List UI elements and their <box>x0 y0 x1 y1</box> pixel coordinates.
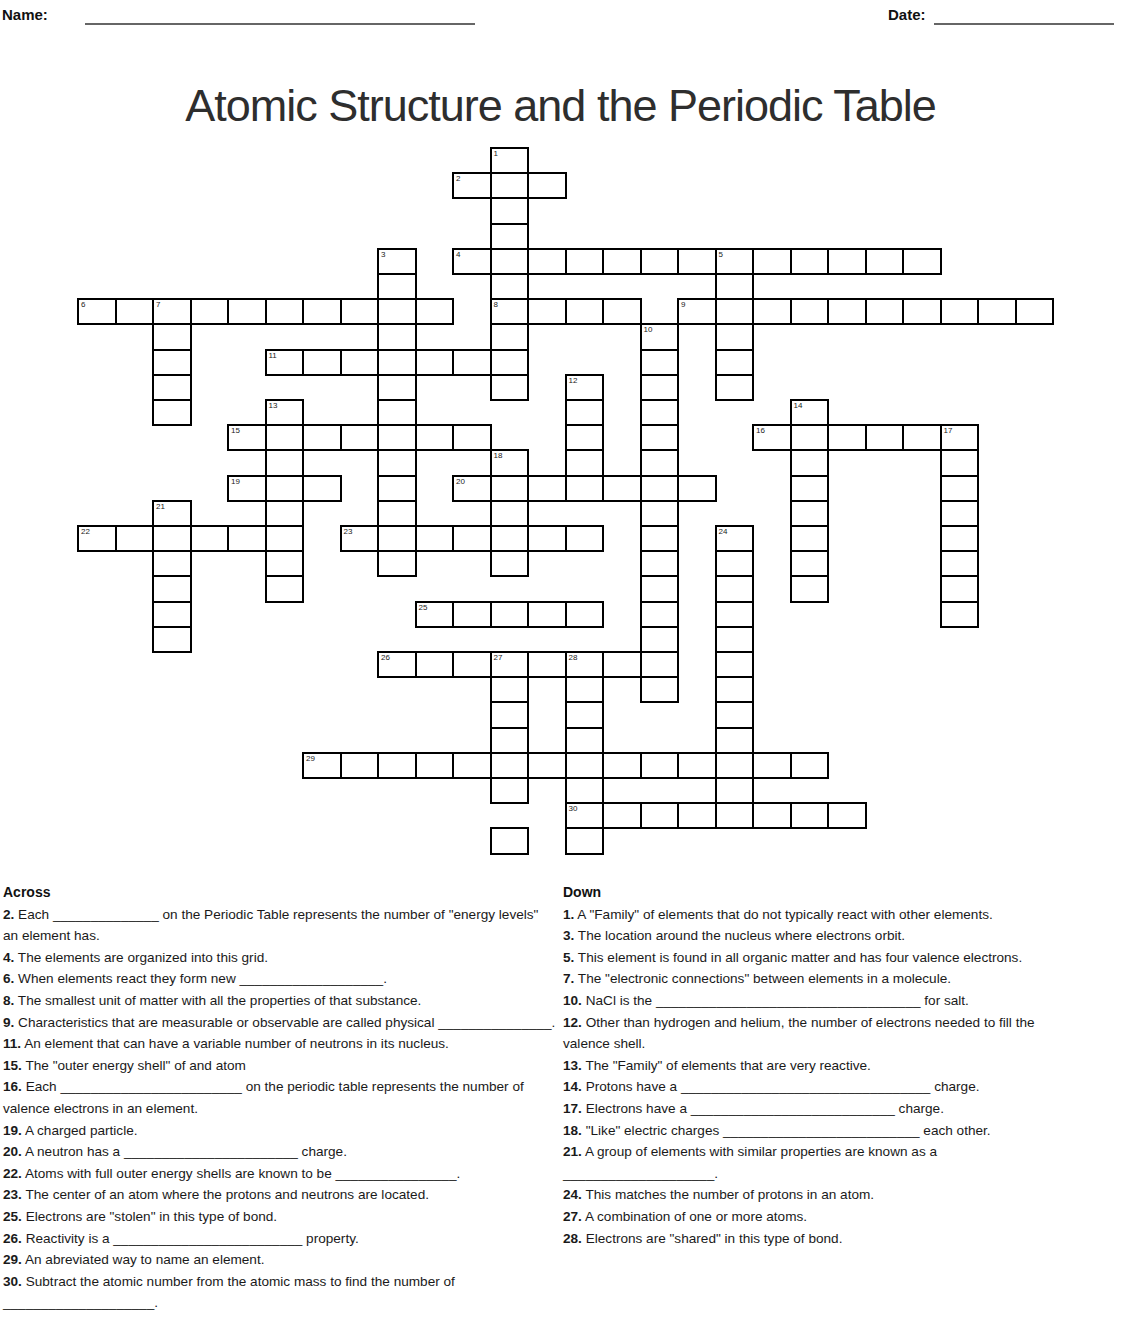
grid-cell-r17c17[interactable] <box>715 575 755 602</box>
down-clue-number-10: 10. <box>563 993 582 1008</box>
grid-cell-r11c10[interactable] <box>452 424 492 451</box>
name-label: Name: <box>2 6 48 23</box>
grid-cell-r24c7[interactable] <box>340 752 380 779</box>
grid-cell-r16c5[interactable] <box>265 550 305 577</box>
grid-cell-r15c1[interactable] <box>115 525 155 552</box>
down-clue-14: 14. Protons have a _____________________… <box>563 1076 1075 1098</box>
grid-cell-r14c23[interactable] <box>940 500 980 527</box>
grid-cell-r26c16[interactable] <box>677 802 717 829</box>
grid-cell-r15c23[interactable] <box>940 525 980 552</box>
grid-cell-r26c13[interactable]: 30 <box>565 802 605 829</box>
clue-number: 14 <box>794 401 803 410</box>
down-clue-7: 7. The "electronic connections" between … <box>563 968 1075 990</box>
grid-cell-r12c5[interactable] <box>265 449 305 476</box>
grid-cell-r6c23[interactable] <box>940 298 980 325</box>
across-clue-number-16: 16. <box>3 1079 22 1094</box>
grid-cell-r13c6[interactable] <box>302 475 342 502</box>
grid-cell-r15c5[interactable] <box>265 525 305 552</box>
clue-number: 9 <box>681 300 685 309</box>
grid-cell-r6c7[interactable] <box>340 298 380 325</box>
across-clue-6: 6. When elements react they form new ___… <box>3 968 556 990</box>
grid-cell-r7c2[interactable] <box>152 323 192 350</box>
grid-cell-r14c11[interactable] <box>490 500 530 527</box>
clue-number: 3 <box>381 250 385 259</box>
across-clue-number-11: 11. <box>3 1036 21 1051</box>
grid-cell-r11c5[interactable] <box>265 424 305 451</box>
clue-number: 11 <box>269 351 277 360</box>
grid-cell-r14c19[interactable] <box>790 500 830 527</box>
grid-cell-r6c20[interactable] <box>827 298 867 325</box>
grid-cell-r24c19[interactable] <box>790 752 830 779</box>
grid-cell-r4c17[interactable]: 5 <box>715 248 755 275</box>
grid-cell-r6c1[interactable] <box>115 298 155 325</box>
grid-cell-r24c16[interactable] <box>677 752 717 779</box>
across-clue-2: 2. Each ______________ on the Periodic T… <box>3 904 556 947</box>
grid-cell-r13c11[interactable] <box>490 475 530 502</box>
date-label: Date: <box>888 6 926 23</box>
grid-cell-r6c16[interactable]: 9 <box>677 298 717 325</box>
grid-cell-r10c19[interactable]: 14 <box>790 399 830 426</box>
down-clue-1: 1. A "Family" of elements that do not ty… <box>563 904 1075 926</box>
across-clue-22: 22. Atoms with full outer energy shells … <box>3 1163 556 1185</box>
crossword-grid[interactable]: 1234567891011121314151617181920212223242… <box>77 147 1054 855</box>
grid-cell-r13c12[interactable] <box>527 475 567 502</box>
grid-cell-r25c13[interactable] <box>565 777 605 804</box>
grid-cell-r26c19[interactable] <box>790 802 830 829</box>
clue-number: 15 <box>231 426 240 435</box>
grid-cell-r4c19[interactable] <box>790 248 830 275</box>
across-clue-29: 29. An abreviated way to name an element… <box>3 1249 556 1271</box>
grid-cell-r6c11[interactable]: 8 <box>490 298 530 325</box>
across-clue-8: 8. The smallest unit of matter with all … <box>3 990 556 1012</box>
grid-cell-r15c0[interactable]: 22 <box>77 525 117 552</box>
grid-cell-r6c5[interactable] <box>265 298 305 325</box>
across-clues-column: Across 2. Each ______________ on the Per… <box>3 882 556 1314</box>
grid-cell-r10c8[interactable] <box>377 399 417 426</box>
grid-cell-r4c18[interactable] <box>752 248 792 275</box>
grid-cell-r12c15[interactable] <box>640 449 680 476</box>
clue-number: 26 <box>381 653 390 662</box>
down-clue-21: 21. A group of elements with similar pro… <box>563 1141 1075 1184</box>
grid-cell-r21c11[interactable] <box>490 676 530 703</box>
across-clue-list: 2. Each ______________ on the Periodic T… <box>3 904 556 1314</box>
grid-cell-r18c23[interactable] <box>940 601 980 628</box>
down-clue-17: 17. Electrons have a ___________________… <box>563 1098 1075 1120</box>
across-clue-number-20: 20. <box>3 1144 22 1159</box>
grid-cell-r24c15[interactable] <box>640 752 680 779</box>
grid-cell-r4c13[interactable] <box>565 248 605 275</box>
name-input-line[interactable] <box>85 9 475 25</box>
clue-number: 29 <box>306 754 315 763</box>
grid-cell-r4c15[interactable] <box>640 248 680 275</box>
down-clue-13: 13. The "Family" of elements that are ve… <box>563 1055 1075 1077</box>
grid-cell-r24c17[interactable] <box>715 752 755 779</box>
grid-cell-r12c19[interactable] <box>790 449 830 476</box>
grid-cell-r13c19[interactable] <box>790 475 830 502</box>
grid-cell-r15c19[interactable] <box>790 525 830 552</box>
grid-cell-r6c9[interactable] <box>415 298 455 325</box>
grid-cell-r27c13[interactable] <box>565 827 605 854</box>
grid-cell-r14c2[interactable]: 21 <box>152 500 192 527</box>
grid-cell-r1c10[interactable]: 2 <box>452 172 492 199</box>
grid-cell-r0c11[interactable]: 1 <box>490 147 530 174</box>
grid-cell-r24c10[interactable] <box>452 752 492 779</box>
across-clue-20: 20. A neutron has a ____________________… <box>3 1141 556 1163</box>
grid-cell-r23c13[interactable] <box>565 727 605 754</box>
down-clue-number-28: 28. <box>563 1231 582 1246</box>
grid-cell-r26c20[interactable] <box>827 802 867 829</box>
across-clue-9: 9. Characteristics that are measurable o… <box>3 1012 556 1034</box>
down-clue-number-27: 27. <box>563 1209 582 1224</box>
down-clue-number-7: 7. <box>563 971 574 986</box>
clue-number: 23 <box>344 527 353 536</box>
grid-cell-r11c22[interactable] <box>902 424 942 451</box>
grid-cell-r6c2[interactable]: 7 <box>152 298 192 325</box>
grid-cell-r26c14[interactable] <box>602 802 642 829</box>
grid-cell-r13c23[interactable] <box>940 475 980 502</box>
grid-cell-r4c8[interactable]: 3 <box>377 248 417 275</box>
grid-cell-r20c15[interactable] <box>640 651 680 678</box>
grid-cell-r4c22[interactable] <box>902 248 942 275</box>
grid-cell-r6c22[interactable] <box>902 298 942 325</box>
down-clue-3: 3. The location around the nucleus where… <box>563 925 1075 947</box>
grid-cell-r16c19[interactable] <box>790 550 830 577</box>
grid-cell-r12c13[interactable] <box>565 449 605 476</box>
grid-cell-r23c11[interactable] <box>490 727 530 754</box>
grid-cell-r21c15[interactable] <box>640 676 680 703</box>
across-clue-number-29: 29. <box>3 1252 22 1267</box>
grid-cell-r11c21[interactable] <box>865 424 905 451</box>
grid-cell-r13c8[interactable] <box>377 475 417 502</box>
grid-cell-r8c7[interactable] <box>340 349 380 376</box>
grid-cell-r7c15[interactable]: 10 <box>640 323 680 350</box>
grid-cell-r8c5[interactable]: 11 <box>265 349 305 376</box>
grid-cell-r15c4[interactable] <box>227 525 267 552</box>
grid-cell-r6c14[interactable] <box>602 298 642 325</box>
grid-cell-r7c8[interactable] <box>377 323 417 350</box>
grid-cell-r5c17[interactable] <box>715 273 755 300</box>
grid-cell-r8c15[interactable] <box>640 349 680 376</box>
clue-number: 8 <box>494 300 498 309</box>
grid-cell-r18c11[interactable] <box>490 601 530 628</box>
grid-cell-r18c17[interactable] <box>715 601 755 628</box>
clue-number: 24 <box>719 527 728 536</box>
grid-cell-r14c5[interactable] <box>265 500 305 527</box>
grid-cell-r3c11[interactable] <box>490 223 530 250</box>
grid-cell-r4c10[interactable]: 4 <box>452 248 492 275</box>
clue-number: 17 <box>944 426 953 435</box>
grid-cell-r24c13[interactable] <box>565 752 605 779</box>
clue-number: 27 <box>494 653 503 662</box>
grid-cell-r18c2[interactable] <box>152 601 192 628</box>
grid-cell-r6c0[interactable]: 6 <box>77 298 117 325</box>
clue-number: 21 <box>156 502 165 511</box>
grid-cell-r10c13[interactable] <box>565 399 605 426</box>
clue-number: 28 <box>569 653 578 662</box>
grid-cell-r20c9[interactable] <box>415 651 455 678</box>
across-clue-number-22: 22. <box>3 1166 22 1181</box>
grid-cell-r15c7[interactable]: 23 <box>340 525 380 552</box>
down-header: Down <box>563 882 1075 904</box>
down-clue-24: 24. This matches the number of protons i… <box>563 1184 1075 1206</box>
down-clue-number-1: 1. <box>563 907 574 922</box>
grid-cell-r17c15[interactable] <box>640 575 680 602</box>
clue-number: 19 <box>231 477 240 486</box>
grid-cell-r11c18[interactable]: 16 <box>752 424 792 451</box>
grid-cell-r17c23[interactable] <box>940 575 980 602</box>
down-clues-column: Down 1. A "Family" of elements that do n… <box>563 882 1075 1314</box>
down-clue-27: 27. A combination of one or more atoms. <box>563 1206 1075 1228</box>
grid-cell-r11c20[interactable] <box>827 424 867 451</box>
grid-cell-r6c8[interactable] <box>377 298 417 325</box>
down-clue-number-17: 17. <box>563 1101 582 1116</box>
grid-cell-r20c13[interactable]: 28 <box>565 651 605 678</box>
grid-cell-r12c23[interactable] <box>940 449 980 476</box>
down-clue-10: 10. NaCl is the ________________________… <box>563 990 1075 1012</box>
grid-cell-r11c6[interactable] <box>302 424 342 451</box>
grid-cell-r8c17[interactable] <box>715 349 755 376</box>
grid-cell-r9c11[interactable] <box>490 374 530 401</box>
down-clue-number-13: 13. <box>563 1058 582 1073</box>
grid-cell-r16c23[interactable] <box>940 550 980 577</box>
down-clue-12: 12. Other than hydrogen and helium, the … <box>563 1012 1075 1055</box>
grid-cell-r14c15[interactable] <box>640 500 680 527</box>
down-clue-list: 1. A "Family" of elements that do not ty… <box>563 904 1075 1250</box>
down-clue-number-24: 24. <box>563 1187 582 1202</box>
grid-cell-r15c12[interactable] <box>527 525 567 552</box>
grid-cell-r7c11[interactable] <box>490 323 530 350</box>
grid-cell-r9c15[interactable] <box>640 374 680 401</box>
grid-cell-r1c11[interactable] <box>490 172 530 199</box>
grid-cell-r27c11[interactable] <box>490 827 530 854</box>
grid-cell-r21c13[interactable] <box>565 676 605 703</box>
grid-cell-r5c11[interactable] <box>490 273 530 300</box>
grid-cell-r6c12[interactable] <box>527 298 567 325</box>
across-clue-15: 15. The "outer energy shell" of and atom <box>3 1055 556 1077</box>
grid-cell-r26c17[interactable] <box>715 802 755 829</box>
grid-cell-r17c19[interactable] <box>790 575 830 602</box>
grid-cell-r16c11[interactable] <box>490 550 530 577</box>
grid-cell-r15c3[interactable] <box>190 525 230 552</box>
across-clue-number-2: 2. <box>3 907 14 922</box>
grid-cell-r16c2[interactable] <box>152 550 192 577</box>
grid-cell-r25c11[interactable] <box>490 777 530 804</box>
grid-cell-r12c8[interactable] <box>377 449 417 476</box>
grid-cell-r18c12[interactable] <box>527 601 567 628</box>
grid-cell-r4c12[interactable] <box>527 248 567 275</box>
across-clue-19: 19. A charged particle. <box>3 1120 556 1142</box>
grid-cell-r24c8[interactable] <box>377 752 417 779</box>
grid-cell-r22c17[interactable] <box>715 701 755 728</box>
grid-cell-r13c5[interactable] <box>265 475 305 502</box>
across-clue-11: 11. An element that can have a variable … <box>3 1033 556 1055</box>
grid-cell-r13c16[interactable] <box>677 475 717 502</box>
grid-cell-r14c8[interactable] <box>377 500 417 527</box>
across-clue-number-15: 15. <box>3 1058 22 1073</box>
clues-section: Across 2. Each ______________ on the Per… <box>3 882 1117 1314</box>
grid-cell-r18c15[interactable] <box>640 601 680 628</box>
down-clue-18: 18. "Like" electric charges ____________… <box>563 1120 1075 1142</box>
grid-cell-r4c11[interactable] <box>490 248 530 275</box>
grid-cell-r15c17[interactable]: 24 <box>715 525 755 552</box>
grid-cell-r8c8[interactable] <box>377 349 417 376</box>
grid-cell-r6c21[interactable] <box>865 298 905 325</box>
across-clue-23: 23. The center of an atom where the prot… <box>3 1184 556 1206</box>
clue-number: 12 <box>569 376 578 385</box>
grid-cell-r9c17[interactable] <box>715 374 755 401</box>
grid-cell-r6c24[interactable] <box>977 298 1017 325</box>
grid-cell-r15c10[interactable] <box>452 525 492 552</box>
grid-cell-r11c23[interactable]: 17 <box>940 424 980 451</box>
grid-cell-r15c13[interactable] <box>565 525 605 552</box>
grid-cell-r5c8[interactable] <box>377 273 417 300</box>
grid-cell-r19c15[interactable] <box>640 626 680 653</box>
across-clue-number-9: 9. <box>3 1015 14 1030</box>
grid-cell-r15c15[interactable] <box>640 525 680 552</box>
grid-cell-r6c3[interactable] <box>190 298 230 325</box>
grid-cell-r19c17[interactable] <box>715 626 755 653</box>
clue-number: 30 <box>569 804 578 813</box>
grid-cell-r18c9[interactable]: 25 <box>415 601 455 628</box>
grid-cell-r18c10[interactable] <box>452 601 492 628</box>
grid-cell-r1c12[interactable] <box>527 172 567 199</box>
grid-cell-r13c4[interactable]: 19 <box>227 475 267 502</box>
grid-cell-r15c11[interactable] <box>490 525 530 552</box>
grid-cell-r15c9[interactable] <box>415 525 455 552</box>
clue-number: 16 <box>756 426 765 435</box>
across-clue-number-25: 25. <box>3 1209 22 1224</box>
grid-cell-r4c21[interactable] <box>865 248 905 275</box>
grid-cell-r17c5[interactable] <box>265 575 305 602</box>
grid-cell-r6c19[interactable] <box>790 298 830 325</box>
across-clue-26: 26. Reactivity is a ____________________… <box>3 1228 556 1250</box>
down-clue-number-14: 14. <box>563 1079 582 1094</box>
grid-cell-r8c9[interactable] <box>415 349 455 376</box>
grid-cell-r26c15[interactable] <box>640 802 680 829</box>
grid-cell-r22c11[interactable] <box>490 701 530 728</box>
clue-number: 1 <box>494 149 498 158</box>
grid-cell-r24c9[interactable] <box>415 752 455 779</box>
grid-cell-r11c7[interactable] <box>340 424 380 451</box>
across-clue-number-4: 4. <box>3 950 14 965</box>
grid-cell-r16c8[interactable] <box>377 550 417 577</box>
grid-cell-r10c5[interactable]: 13 <box>265 399 305 426</box>
grid-cell-r8c11[interactable] <box>490 349 530 376</box>
across-clue-number-23: 23. <box>3 1187 22 1202</box>
down-clue-number-5: 5. <box>563 950 574 965</box>
grid-cell-r23c17[interactable] <box>715 727 755 754</box>
down-clue-number-3: 3. <box>563 928 574 943</box>
across-header: Across <box>3 882 556 904</box>
clue-number: 13 <box>269 401 278 410</box>
grid-cell-r9c2[interactable] <box>152 374 192 401</box>
grid-cell-r26c18[interactable] <box>752 802 792 829</box>
grid-cell-r9c8[interactable] <box>377 374 417 401</box>
grid-cell-r11c13[interactable] <box>565 424 605 451</box>
grid-cell-r24c6[interactable]: 29 <box>302 752 342 779</box>
grid-cell-r20c10[interactable] <box>452 651 492 678</box>
grid-cell-r11c4[interactable]: 15 <box>227 424 267 451</box>
grid-cell-r21c17[interactable] <box>715 676 755 703</box>
grid-cell-r13c10[interactable]: 20 <box>452 475 492 502</box>
grid-cell-r13c14[interactable] <box>602 475 642 502</box>
grid-cell-r12c11[interactable]: 18 <box>490 449 530 476</box>
down-clue-number-18: 18. <box>563 1123 582 1138</box>
grid-cell-r2c11[interactable] <box>490 197 530 224</box>
across-clue-number-26: 26. <box>3 1231 22 1246</box>
across-clue-number-8: 8. <box>3 993 14 1008</box>
grid-cell-r19c2[interactable] <box>152 626 192 653</box>
grid-cell-r20c8[interactable]: 26 <box>377 651 417 678</box>
grid-cell-r24c11[interactable] <box>490 752 530 779</box>
across-clue-25: 25. Electrons are "stolen" in this type … <box>3 1206 556 1228</box>
grid-cell-r10c2[interactable] <box>152 399 192 426</box>
clue-number: 7 <box>156 300 160 309</box>
grid-cell-r16c17[interactable] <box>715 550 755 577</box>
page-title: Atomic Structure and the Periodic Table <box>0 80 1121 132</box>
down-clue-5: 5. This element is found in all organic … <box>563 947 1075 969</box>
clue-number: 10 <box>644 325 653 334</box>
grid-cell-r6c18[interactable] <box>752 298 792 325</box>
grid-cell-r22c13[interactable] <box>565 701 605 728</box>
across-clue-16: 16. Each ________________________ on the… <box>3 1076 556 1119</box>
grid-cell-r8c6[interactable] <box>302 349 342 376</box>
grid-cell-r11c19[interactable] <box>790 424 830 451</box>
clue-number: 20 <box>456 477 465 486</box>
grid-cell-r13c13[interactable] <box>565 475 605 502</box>
grid-cell-r24c18[interactable] <box>752 752 792 779</box>
clue-number: 6 <box>81 300 85 309</box>
grid-cell-r9c13[interactable]: 12 <box>565 374 605 401</box>
grid-cell-r8c2[interactable] <box>152 349 192 376</box>
grid-cell-r6c6[interactable] <box>302 298 342 325</box>
grid-cell-r18c13[interactable] <box>565 601 605 628</box>
grid-cell-r6c13[interactable] <box>565 298 605 325</box>
grid-cell-r13c15[interactable] <box>640 475 680 502</box>
across-clue-number-30: 30. <box>3 1274 22 1289</box>
grid-cell-r7c17[interactable] <box>715 323 755 350</box>
grid-cell-r10c15[interactable] <box>640 399 680 426</box>
grid-cell-r16c15[interactable] <box>640 550 680 577</box>
grid-cell-r15c2[interactable] <box>152 525 192 552</box>
grid-cell-r6c25[interactable] <box>1015 298 1055 325</box>
clue-number: 22 <box>81 527 90 536</box>
grid-cell-r15c8[interactable] <box>377 525 417 552</box>
across-clue-30: 30. Subtract the atomic number from the … <box>3 1271 556 1314</box>
grid-cell-r4c14[interactable] <box>602 248 642 275</box>
grid-cell-r24c14[interactable] <box>602 752 642 779</box>
grid-cell-r25c17[interactable] <box>715 777 755 804</box>
across-clue-number-6: 6. <box>3 971 14 986</box>
grid-cell-r6c4[interactable] <box>227 298 267 325</box>
grid-cell-r11c15[interactable] <box>640 424 680 451</box>
grid-cell-r20c11[interactable]: 27 <box>490 651 530 678</box>
date-input-line[interactable] <box>934 9 1114 25</box>
grid-cell-r17c2[interactable] <box>152 575 192 602</box>
grid-cell-r4c16[interactable] <box>677 248 717 275</box>
grid-cell-r4c20[interactable] <box>827 248 867 275</box>
across-clue-4: 4. The elements are organized into this … <box>3 947 556 969</box>
grid-cell-r20c12[interactable] <box>527 651 567 678</box>
grid-cell-r8c10[interactable] <box>452 349 492 376</box>
grid-cell-r24c12[interactable] <box>527 752 567 779</box>
grid-cell-r11c8[interactable] <box>377 424 417 451</box>
clue-number: 5 <box>719 250 723 259</box>
grid-cell-r6c17[interactable] <box>715 298 755 325</box>
grid-cell-r20c17[interactable] <box>715 651 755 678</box>
grid-cell-r20c14[interactable] <box>602 651 642 678</box>
grid-cell-r11c9[interactable] <box>415 424 455 451</box>
